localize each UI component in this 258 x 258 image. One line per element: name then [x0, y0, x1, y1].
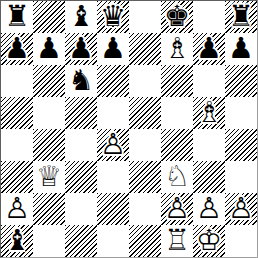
square-h1[interactable] [225, 225, 257, 257]
square-g8[interactable] [193, 1, 225, 33]
square-b5[interactable] [33, 97, 65, 129]
white-king: ♔ [193, 225, 225, 257]
square-d1[interactable] [97, 225, 129, 257]
square-a5[interactable] [1, 97, 33, 129]
square-e1[interactable] [129, 225, 161, 257]
white-rook: ♖ [161, 225, 193, 257]
square-e6[interactable] [129, 65, 161, 97]
square-c8[interactable]: ♝ [65, 1, 97, 33]
black-pawn: ♟ [193, 33, 225, 65]
square-f8[interactable]: ♚ [161, 1, 193, 33]
square-d6[interactable] [97, 65, 129, 97]
black-pawn: ♟ [65, 33, 97, 65]
black-bishop: ♝ [1, 225, 33, 257]
square-e8[interactable] [129, 1, 161, 33]
square-d3[interactable] [97, 161, 129, 193]
square-c4[interactable] [65, 129, 97, 161]
black-pawn: ♟ [97, 33, 129, 65]
square-g7[interactable]: ♟ [193, 33, 225, 65]
square-b6[interactable] [33, 65, 65, 97]
square-g1[interactable]: ♔ [193, 225, 225, 257]
square-c2[interactable] [65, 193, 97, 225]
square-b7[interactable]: ♟ [33, 33, 65, 65]
white-pawn: ♙ [193, 193, 225, 225]
white-pawn: ♙ [161, 193, 193, 225]
square-e7[interactable] [129, 33, 161, 65]
square-a6[interactable] [1, 65, 33, 97]
square-a8[interactable]: ♜ [1, 1, 33, 33]
square-b1[interactable] [33, 225, 65, 257]
square-f6[interactable] [161, 65, 193, 97]
square-e4[interactable] [129, 129, 161, 161]
square-a7[interactable]: ♟ [1, 33, 33, 65]
white-queen: ♕ [33, 161, 65, 193]
black-king: ♚ [161, 1, 193, 33]
square-b3[interactable]: ♕ [33, 161, 65, 193]
square-f2[interactable]: ♙ [161, 193, 193, 225]
white-bishop: ♗ [161, 33, 193, 65]
square-c1[interactable] [65, 225, 97, 257]
square-c6[interactable]: ♞ [65, 65, 97, 97]
black-pawn: ♟ [225, 33, 257, 65]
square-g6[interactable] [193, 65, 225, 97]
square-f4[interactable] [161, 129, 193, 161]
square-b4[interactable] [33, 129, 65, 161]
square-d4[interactable]: ♙ [97, 129, 129, 161]
square-d2[interactable] [97, 193, 129, 225]
square-a3[interactable] [1, 161, 33, 193]
square-h5[interactable] [225, 97, 257, 129]
square-h4[interactable] [225, 129, 257, 161]
square-g4[interactable] [193, 129, 225, 161]
square-f5[interactable] [161, 97, 193, 129]
square-f3[interactable]: ♘ [161, 161, 193, 193]
white-pawn: ♙ [1, 193, 33, 225]
black-rook: ♜ [1, 1, 33, 33]
black-pawn: ♟ [33, 33, 65, 65]
square-g2[interactable]: ♙ [193, 193, 225, 225]
square-b8[interactable] [33, 1, 65, 33]
square-f7[interactable]: ♗ [161, 33, 193, 65]
square-e3[interactable] [129, 161, 161, 193]
square-g3[interactable] [193, 161, 225, 193]
square-g5[interactable]: ♗ [193, 97, 225, 129]
square-c3[interactable] [65, 161, 97, 193]
chess-board: ♜♝♛♚♜♟♟♟♟♗♟♟♞♗♙♕♘♙♙♙♙♝♖♔ [0, 0, 258, 258]
black-pawn: ♟ [1, 33, 33, 65]
square-h2[interactable]: ♙ [225, 193, 257, 225]
square-e2[interactable] [129, 193, 161, 225]
square-f1[interactable]: ♖ [161, 225, 193, 257]
white-knight: ♘ [161, 161, 193, 193]
square-a2[interactable]: ♙ [1, 193, 33, 225]
square-d8[interactable]: ♛ [97, 1, 129, 33]
square-h3[interactable] [225, 161, 257, 193]
square-d7[interactable]: ♟ [97, 33, 129, 65]
square-h6[interactable] [225, 65, 257, 97]
black-bishop: ♝ [65, 1, 97, 33]
square-h8[interactable]: ♜ [225, 1, 257, 33]
black-queen: ♛ [97, 1, 129, 33]
square-b2[interactable] [33, 193, 65, 225]
white-pawn: ♙ [97, 129, 129, 161]
white-bishop: ♗ [193, 97, 225, 129]
white-pawn: ♙ [225, 193, 257, 225]
square-a1[interactable]: ♝ [1, 225, 33, 257]
square-c7[interactable]: ♟ [65, 33, 97, 65]
black-rook: ♜ [225, 1, 257, 33]
square-c5[interactable] [65, 97, 97, 129]
square-e5[interactable] [129, 97, 161, 129]
square-h7[interactable]: ♟ [225, 33, 257, 65]
square-a4[interactable] [1, 129, 33, 161]
square-d5[interactable] [97, 97, 129, 129]
black-knight: ♞ [65, 65, 97, 97]
